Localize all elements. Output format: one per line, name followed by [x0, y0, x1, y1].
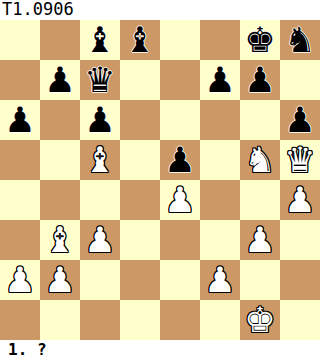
square-g8[interactable]: ♚ — [240, 20, 280, 60]
square-b4[interactable] — [40, 180, 80, 220]
puzzle-id-label: T1.0906 — [0, 0, 320, 20]
square-b7[interactable]: ♟ — [40, 60, 80, 100]
square-a3[interactable] — [0, 220, 40, 260]
square-a2[interactable]: ♟ — [0, 260, 40, 300]
square-d7[interactable] — [120, 60, 160, 100]
square-f1[interactable] — [200, 300, 240, 340]
white-knight-piece[interactable]: ♞ — [240, 140, 280, 180]
square-a1[interactable] — [0, 300, 40, 340]
black-pawn-piece[interactable]: ♟ — [40, 60, 80, 100]
square-g6[interactable] — [240, 100, 280, 140]
square-a5[interactable] — [0, 140, 40, 180]
square-d1[interactable] — [120, 300, 160, 340]
black-pawn-piece[interactable]: ♟ — [240, 60, 280, 100]
square-e8[interactable] — [160, 20, 200, 60]
white-pawn-piece[interactable]: ♟ — [40, 260, 80, 300]
square-a4[interactable] — [0, 180, 40, 220]
square-c3[interactable]: ♟ — [80, 220, 120, 260]
white-bishop-piece[interactable]: ♝ — [40, 220, 80, 260]
square-h6[interactable]: ♟ — [280, 100, 320, 140]
square-f8[interactable] — [200, 20, 240, 60]
square-a8[interactable] — [0, 20, 40, 60]
square-f2[interactable]: ♟ — [200, 260, 240, 300]
square-h2[interactable] — [280, 260, 320, 300]
black-pawn-piece[interactable]: ♟ — [80, 100, 120, 140]
white-bishop-piece[interactable]: ♝ — [80, 140, 120, 180]
square-d4[interactable] — [120, 180, 160, 220]
square-h3[interactable] — [280, 220, 320, 260]
square-e6[interactable] — [160, 100, 200, 140]
square-e3[interactable] — [160, 220, 200, 260]
square-g1[interactable]: ♚ — [240, 300, 280, 340]
square-f6[interactable] — [200, 100, 240, 140]
square-b8[interactable] — [40, 20, 80, 60]
black-knight-piece[interactable]: ♞ — [280, 20, 320, 60]
square-d8[interactable]: ♝ — [120, 20, 160, 60]
square-c1[interactable] — [80, 300, 120, 340]
square-d2[interactable] — [120, 260, 160, 300]
white-pawn-piece[interactable]: ♟ — [240, 220, 280, 260]
square-f3[interactable] — [200, 220, 240, 260]
square-c8[interactable]: ♝ — [80, 20, 120, 60]
square-a7[interactable] — [0, 60, 40, 100]
square-b2[interactable]: ♟ — [40, 260, 80, 300]
black-pawn-piece[interactable]: ♟ — [280, 100, 320, 140]
square-h7[interactable] — [280, 60, 320, 100]
move-prompt: 1. ? — [0, 340, 320, 360]
square-d3[interactable] — [120, 220, 160, 260]
square-e1[interactable] — [160, 300, 200, 340]
square-a6[interactable]: ♟ — [0, 100, 40, 140]
square-b1[interactable] — [40, 300, 80, 340]
square-c4[interactable] — [80, 180, 120, 220]
square-c2[interactable] — [80, 260, 120, 300]
square-g3[interactable]: ♟ — [240, 220, 280, 260]
black-bishop-piece[interactable]: ♝ — [120, 20, 160, 60]
square-b6[interactable] — [40, 100, 80, 140]
square-d6[interactable] — [120, 100, 160, 140]
square-d5[interactable] — [120, 140, 160, 180]
square-g4[interactable] — [240, 180, 280, 220]
black-queen-piece[interactable]: ♛ — [80, 60, 120, 100]
white-queen-piece[interactable]: ♛ — [280, 140, 320, 180]
white-pawn-piece[interactable]: ♟ — [200, 260, 240, 300]
square-e5[interactable]: ♟ — [160, 140, 200, 180]
white-pawn-piece[interactable]: ♟ — [280, 180, 320, 220]
square-h4[interactable]: ♟ — [280, 180, 320, 220]
square-b3[interactable]: ♝ — [40, 220, 80, 260]
black-bishop-piece[interactable]: ♝ — [80, 20, 120, 60]
square-h1[interactable] — [280, 300, 320, 340]
square-f7[interactable]: ♟ — [200, 60, 240, 100]
white-pawn-piece[interactable]: ♟ — [160, 180, 200, 220]
square-e7[interactable] — [160, 60, 200, 100]
chess-board: ♝♝♚♞♟♛♟♟♟♟♟♝♟♞♛♟♟♝♟♟♟♟♟♚ — [0, 20, 320, 340]
square-g7[interactable]: ♟ — [240, 60, 280, 100]
black-pawn-piece[interactable]: ♟ — [0, 100, 40, 140]
square-g2[interactable] — [240, 260, 280, 300]
square-e4[interactable]: ♟ — [160, 180, 200, 220]
white-pawn-piece[interactable]: ♟ — [80, 220, 120, 260]
square-b5[interactable] — [40, 140, 80, 180]
black-pawn-piece[interactable]: ♟ — [160, 140, 200, 180]
square-e2[interactable] — [160, 260, 200, 300]
white-pawn-piece[interactable]: ♟ — [0, 260, 40, 300]
black-king-piece[interactable]: ♚ — [240, 20, 280, 60]
square-f4[interactable] — [200, 180, 240, 220]
square-c7[interactable]: ♛ — [80, 60, 120, 100]
white-king-piece[interactable]: ♚ — [240, 300, 280, 340]
black-pawn-piece[interactable]: ♟ — [200, 60, 240, 100]
square-c5[interactable]: ♝ — [80, 140, 120, 180]
square-g5[interactable]: ♞ — [240, 140, 280, 180]
square-f5[interactable] — [200, 140, 240, 180]
tactics-trainer-window: T1.0906 ♝♝♚♞♟♛♟♟♟♟♟♝♟♞♛♟♟♝♟♟♟♟♟♚ 1. ? — [0, 0, 320, 360]
square-h5[interactable]: ♛ — [280, 140, 320, 180]
square-h8[interactable]: ♞ — [280, 20, 320, 60]
square-c6[interactable]: ♟ — [80, 100, 120, 140]
